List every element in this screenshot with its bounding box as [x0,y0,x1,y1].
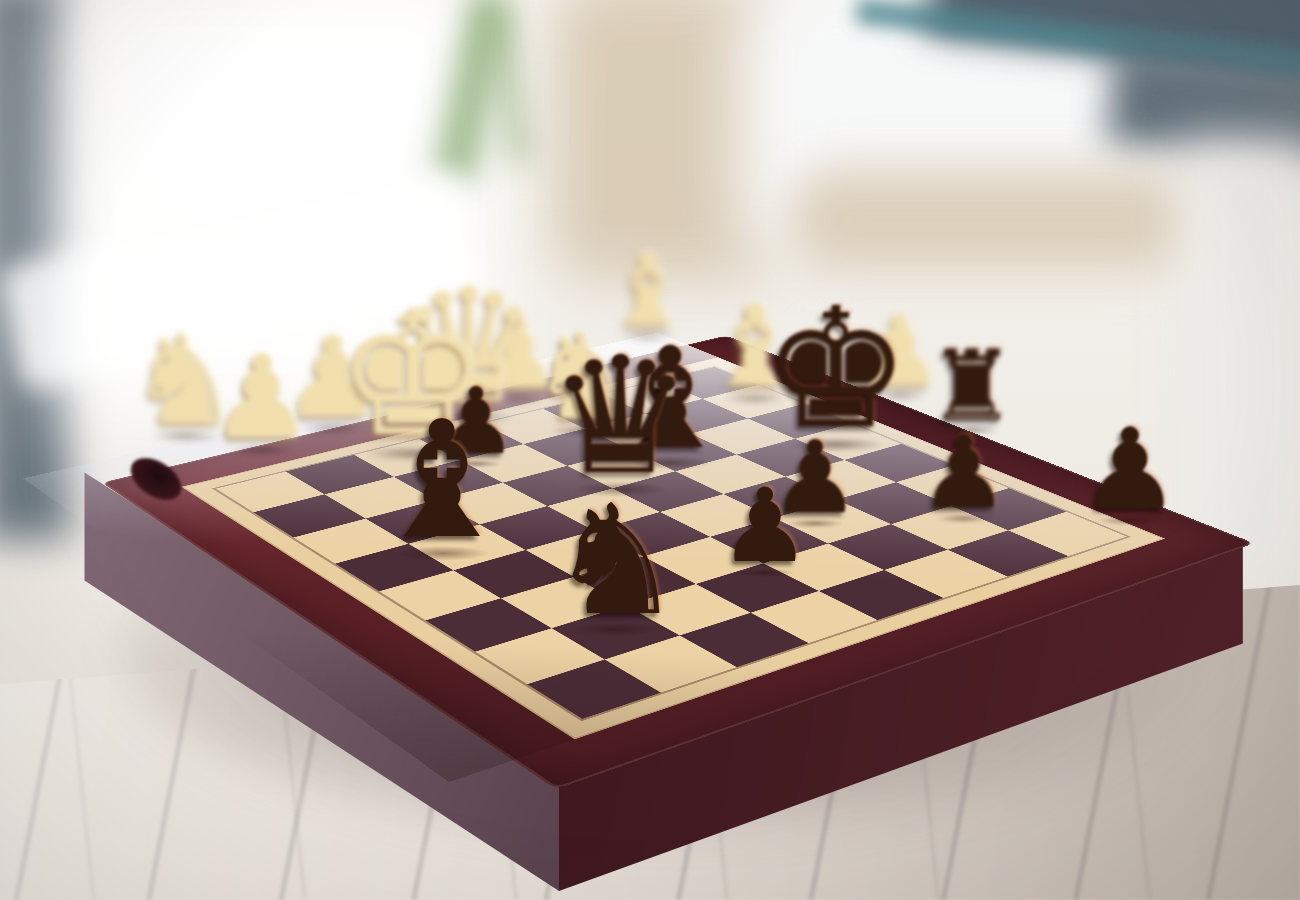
photo-scene: ♞♟♟♚♛♟♞♝♝♟♟♝♛♝♞♟♟♚♜♟♟ [0,0,1300,900]
background-furniture-blur [790,168,1200,272]
wall-light-blur [1180,140,1300,580]
white-pawn: ♟ [856,302,944,400]
